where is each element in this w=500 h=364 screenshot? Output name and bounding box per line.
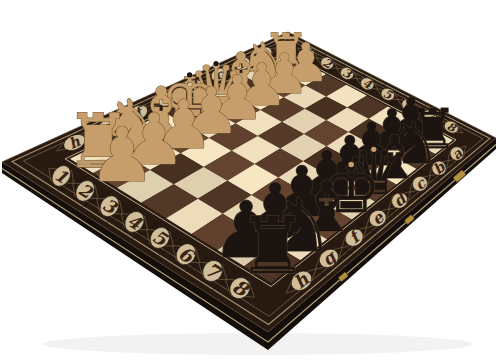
piece-black-rook-h8: ♜: [237, 200, 307, 292]
chessboard: 11hh22gg33ff44ee55dd66cc77bb88aa♜♟♞♟♝♟♛♟…: [0, 0, 500, 364]
piece-white-pawn-h2: ♟: [88, 111, 155, 199]
chess-set-photo: 11hh22gg33ff44ee55dd66cc77bb88aa♜♟♞♟♝♟♛♟…: [0, 0, 500, 364]
